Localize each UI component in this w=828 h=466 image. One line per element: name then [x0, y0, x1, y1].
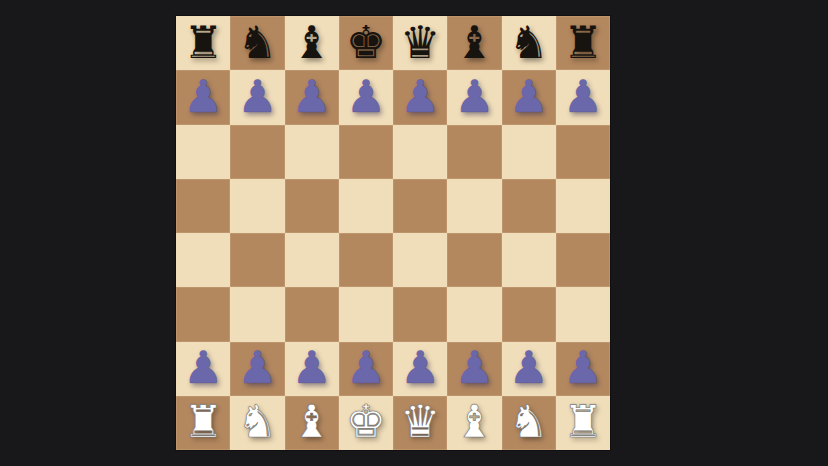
white-queen[interactable]: ♛ — [400, 399, 440, 444]
white-knight[interactable]: ♞ — [508, 399, 548, 444]
white-pawn[interactable]: ♟ — [346, 345, 386, 390]
square-f8[interactable]: ♝ — [447, 16, 501, 70]
black-knight[interactable]: ♞ — [237, 20, 277, 65]
square-b1[interactable]: ♞ — [230, 396, 284, 450]
white-pawn[interactable]: ♟ — [237, 345, 277, 390]
black-pawn[interactable]: ♟ — [237, 74, 277, 119]
black-rook[interactable]: ♜ — [183, 20, 223, 65]
square-g6[interactable] — [502, 125, 556, 179]
square-f3[interactable] — [447, 287, 501, 341]
square-c2[interactable]: ♟ — [285, 342, 339, 396]
square-c8[interactable]: ♝ — [285, 16, 339, 70]
black-pawn[interactable]: ♟ — [454, 74, 494, 119]
square-e5[interactable] — [393, 179, 447, 233]
square-f1[interactable]: ♝ — [447, 396, 501, 450]
square-b3[interactable] — [230, 287, 284, 341]
square-d3[interactable] — [339, 287, 393, 341]
white-pawn[interactable]: ♟ — [563, 345, 603, 390]
square-b2[interactable]: ♟ — [230, 342, 284, 396]
black-queen[interactable]: ♛ — [400, 20, 440, 65]
white-knight[interactable]: ♞ — [237, 399, 277, 444]
square-d1[interactable]: ♚ — [339, 396, 393, 450]
square-g5[interactable] — [502, 179, 556, 233]
square-b8[interactable]: ♞ — [230, 16, 284, 70]
square-g7[interactable]: ♟ — [502, 70, 556, 124]
square-d8[interactable]: ♚ — [339, 16, 393, 70]
square-a7[interactable]: ♟ — [176, 70, 230, 124]
square-b5[interactable] — [230, 179, 284, 233]
square-f5[interactable] — [447, 179, 501, 233]
square-c5[interactable] — [285, 179, 339, 233]
square-e8[interactable]: ♛ — [393, 16, 447, 70]
square-e1[interactable]: ♛ — [393, 396, 447, 450]
square-e2[interactable]: ♟ — [393, 342, 447, 396]
square-d5[interactable] — [339, 179, 393, 233]
square-h4[interactable] — [556, 233, 610, 287]
square-g2[interactable]: ♟ — [502, 342, 556, 396]
white-pawn[interactable]: ♟ — [183, 345, 223, 390]
square-e6[interactable] — [393, 125, 447, 179]
black-rook[interactable]: ♜ — [563, 20, 603, 65]
black-pawn[interactable]: ♟ — [346, 74, 386, 119]
square-c4[interactable] — [285, 233, 339, 287]
square-f7[interactable]: ♟ — [447, 70, 501, 124]
black-bishop[interactable]: ♝ — [454, 20, 494, 65]
square-c3[interactable] — [285, 287, 339, 341]
square-h2[interactable]: ♟ — [556, 342, 610, 396]
square-e3[interactable] — [393, 287, 447, 341]
white-rook[interactable]: ♜ — [563, 399, 603, 444]
black-pawn[interactable]: ♟ — [291, 74, 331, 119]
square-b4[interactable] — [230, 233, 284, 287]
square-h3[interactable] — [556, 287, 610, 341]
white-bishop[interactable]: ♝ — [291, 399, 331, 444]
square-g1[interactable]: ♞ — [502, 396, 556, 450]
square-f2[interactable]: ♟ — [447, 342, 501, 396]
square-e4[interactable] — [393, 233, 447, 287]
square-d6[interactable] — [339, 125, 393, 179]
white-king[interactable]: ♚ — [346, 399, 386, 444]
square-a5[interactable] — [176, 179, 230, 233]
black-knight[interactable]: ♞ — [508, 20, 548, 65]
square-a4[interactable] — [176, 233, 230, 287]
square-c7[interactable]: ♟ — [285, 70, 339, 124]
square-h1[interactable]: ♜ — [556, 396, 610, 450]
square-g3[interactable] — [502, 287, 556, 341]
square-e7[interactable]: ♟ — [393, 70, 447, 124]
white-pawn[interactable]: ♟ — [508, 345, 548, 390]
square-d7[interactable]: ♟ — [339, 70, 393, 124]
black-pawn[interactable]: ♟ — [400, 74, 440, 119]
square-d2[interactable]: ♟ — [339, 342, 393, 396]
square-h6[interactable] — [556, 125, 610, 179]
app-background: ♜♞♝♚♛♝♞♜♟♟♟♟♟♟♟♟♟♟♟♟♟♟♟♟♜♞♝♚♛♝♞♜ — [0, 0, 828, 466]
chess-board: ♜♞♝♚♛♝♞♜♟♟♟♟♟♟♟♟♟♟♟♟♟♟♟♟♜♞♝♚♛♝♞♜ — [176, 16, 610, 450]
square-a3[interactable] — [176, 287, 230, 341]
square-b7[interactable]: ♟ — [230, 70, 284, 124]
square-g8[interactable]: ♞ — [502, 16, 556, 70]
square-f6[interactable] — [447, 125, 501, 179]
white-pawn[interactable]: ♟ — [454, 345, 494, 390]
square-c1[interactable]: ♝ — [285, 396, 339, 450]
square-a2[interactable]: ♟ — [176, 342, 230, 396]
square-a6[interactable] — [176, 125, 230, 179]
black-pawn[interactable]: ♟ — [508, 74, 548, 119]
square-a8[interactable]: ♜ — [176, 16, 230, 70]
white-pawn[interactable]: ♟ — [400, 345, 440, 390]
white-rook[interactable]: ♜ — [183, 399, 223, 444]
square-a1[interactable]: ♜ — [176, 396, 230, 450]
square-c6[interactable] — [285, 125, 339, 179]
square-f4[interactable] — [447, 233, 501, 287]
square-h5[interactable] — [556, 179, 610, 233]
black-king[interactable]: ♚ — [346, 20, 386, 65]
square-g4[interactable] — [502, 233, 556, 287]
square-h8[interactable]: ♜ — [556, 16, 610, 70]
square-b6[interactable] — [230, 125, 284, 179]
white-bishop[interactable]: ♝ — [454, 399, 494, 444]
black-pawn[interactable]: ♟ — [183, 74, 223, 119]
black-pawn[interactable]: ♟ — [563, 74, 603, 119]
black-bishop[interactable]: ♝ — [291, 20, 331, 65]
white-pawn[interactable]: ♟ — [291, 345, 331, 390]
square-d4[interactable] — [339, 233, 393, 287]
square-h7[interactable]: ♟ — [556, 70, 610, 124]
